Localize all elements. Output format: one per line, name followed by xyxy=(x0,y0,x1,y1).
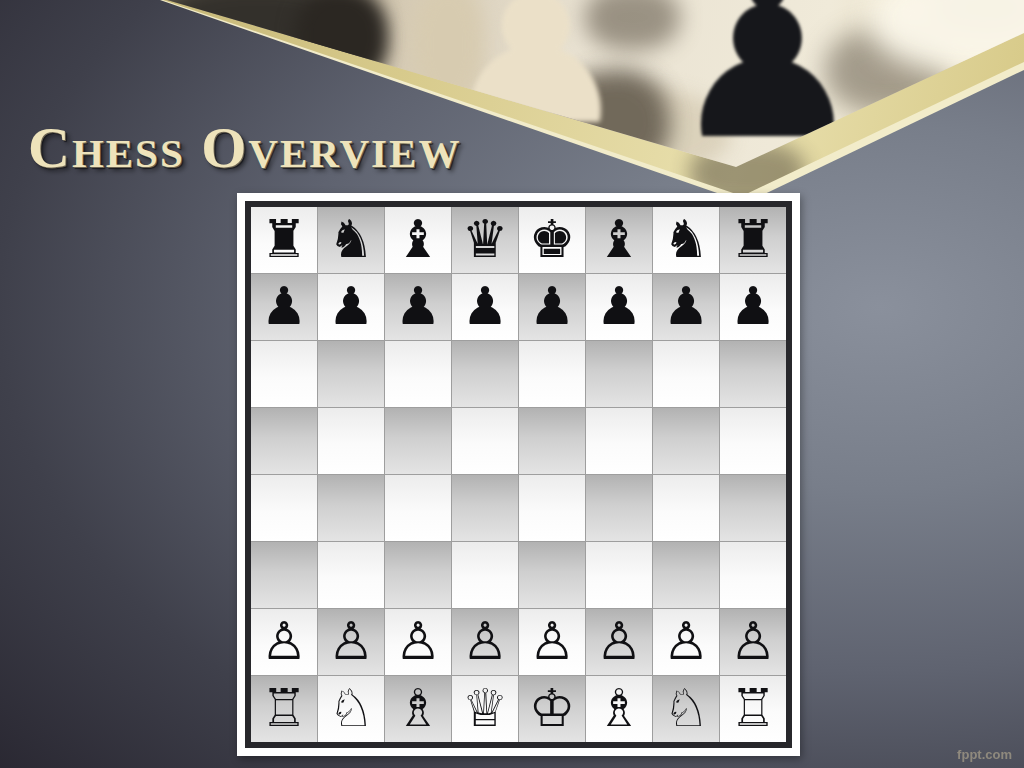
square-g2[interactable]: ♙ xyxy=(653,609,719,675)
piece-white-pawn: ♙ xyxy=(452,609,518,675)
piece-black-queen: ♛ xyxy=(452,207,518,273)
square-d8[interactable]: ♛ xyxy=(452,207,518,273)
piece-black-pawn: ♟ xyxy=(318,274,384,340)
piece-white-pawn: ♙ xyxy=(519,609,585,675)
square-c1[interactable]: ♗ xyxy=(385,676,451,742)
square-h2[interactable]: ♙ xyxy=(720,609,786,675)
piece-black-knight: ♞ xyxy=(318,207,384,273)
square-g1[interactable]: ♘ xyxy=(653,676,719,742)
square-h6[interactable] xyxy=(720,341,786,407)
square-g8[interactable]: ♞ xyxy=(653,207,719,273)
square-h3[interactable] xyxy=(720,542,786,608)
square-b6[interactable] xyxy=(318,341,384,407)
square-a3[interactable] xyxy=(251,542,317,608)
square-c7[interactable]: ♟ xyxy=(385,274,451,340)
square-d1[interactable]: ♕ xyxy=(452,676,518,742)
square-a2[interactable]: ♙ xyxy=(251,609,317,675)
square-d2[interactable]: ♙ xyxy=(452,609,518,675)
piece-black-pawn: ♟ xyxy=(452,274,518,340)
piece-black-king: ♚ xyxy=(519,207,585,273)
square-f7[interactable]: ♟ xyxy=(586,274,652,340)
piece-white-pawn: ♙ xyxy=(586,609,652,675)
piece-white-pawn: ♙ xyxy=(318,609,384,675)
piece-white-knight: ♘ xyxy=(653,676,719,742)
square-d4[interactable] xyxy=(452,475,518,541)
square-f3[interactable] xyxy=(586,542,652,608)
square-b1[interactable]: ♘ xyxy=(318,676,384,742)
square-f4[interactable] xyxy=(586,475,652,541)
square-e2[interactable]: ♙ xyxy=(519,609,585,675)
piece-black-bishop: ♝ xyxy=(586,207,652,273)
piece-white-rook: ♖ xyxy=(720,676,786,742)
piece-black-pawn: ♟ xyxy=(653,274,719,340)
square-f8[interactable]: ♝ xyxy=(586,207,652,273)
square-g3[interactable] xyxy=(653,542,719,608)
board-grid: ♜♞♝♛♚♝♞♜♟♟♟♟♟♟♟♟♙♙♙♙♙♙♙♙♖♘♗♕♔♗♘♖ xyxy=(251,207,786,742)
square-f5[interactable] xyxy=(586,408,652,474)
piece-black-bishop: ♝ xyxy=(385,207,451,273)
piece-white-queen: ♕ xyxy=(452,676,518,742)
piece-white-pawn: ♙ xyxy=(385,609,451,675)
square-h1[interactable]: ♖ xyxy=(720,676,786,742)
square-c8[interactable]: ♝ xyxy=(385,207,451,273)
piece-white-pawn: ♙ xyxy=(251,609,317,675)
chessboard-border: ♜♞♝♛♚♝♞♜♟♟♟♟♟♟♟♟♙♙♙♙♙♙♙♙♖♘♗♕♔♗♘♖ xyxy=(245,201,792,748)
square-e8[interactable]: ♚ xyxy=(519,207,585,273)
piece-white-pawn: ♙ xyxy=(653,609,719,675)
square-h4[interactable] xyxy=(720,475,786,541)
piece-black-pawn: ♟ xyxy=(251,274,317,340)
chessboard-frame: ♜♞♝♛♚♝♞♜♟♟♟♟♟♟♟♟♙♙♙♙♙♙♙♙♖♘♗♕♔♗♘♖ xyxy=(237,193,800,756)
square-e5[interactable] xyxy=(519,408,585,474)
piece-white-bishop: ♗ xyxy=(385,676,451,742)
piece-white-rook: ♖ xyxy=(251,676,317,742)
square-d5[interactable] xyxy=(452,408,518,474)
square-b3[interactable] xyxy=(318,542,384,608)
square-a5[interactable] xyxy=(251,408,317,474)
square-g5[interactable] xyxy=(653,408,719,474)
square-a4[interactable] xyxy=(251,475,317,541)
square-e7[interactable]: ♟ xyxy=(519,274,585,340)
square-e4[interactable] xyxy=(519,475,585,541)
piece-black-pawn: ♟ xyxy=(385,274,451,340)
square-a8[interactable]: ♜ xyxy=(251,207,317,273)
piece-white-king: ♔ xyxy=(519,676,585,742)
square-f2[interactable]: ♙ xyxy=(586,609,652,675)
piece-black-rook: ♜ xyxy=(720,207,786,273)
square-f6[interactable] xyxy=(586,341,652,407)
piece-white-knight: ♘ xyxy=(318,676,384,742)
square-c2[interactable]: ♙ xyxy=(385,609,451,675)
square-b8[interactable]: ♞ xyxy=(318,207,384,273)
piece-black-pawn: ♟ xyxy=(720,274,786,340)
square-b2[interactable]: ♙ xyxy=(318,609,384,675)
square-g7[interactable]: ♟ xyxy=(653,274,719,340)
square-h8[interactable]: ♜ xyxy=(720,207,786,273)
square-c3[interactable] xyxy=(385,542,451,608)
piece-black-knight: ♞ xyxy=(653,207,719,273)
page-title: Chess Overview xyxy=(28,116,461,180)
square-d6[interactable] xyxy=(452,341,518,407)
square-b4[interactable] xyxy=(318,475,384,541)
square-c4[interactable] xyxy=(385,475,451,541)
square-e1[interactable]: ♔ xyxy=(519,676,585,742)
square-b5[interactable] xyxy=(318,408,384,474)
piece-black-pawn: ♟ xyxy=(586,274,652,340)
square-c5[interactable] xyxy=(385,408,451,474)
piece-black-pawn: ♟ xyxy=(519,274,585,340)
square-g6[interactable] xyxy=(653,341,719,407)
square-e6[interactable] xyxy=(519,341,585,407)
square-c6[interactable] xyxy=(385,341,451,407)
piece-black-rook: ♜ xyxy=(251,207,317,273)
square-d7[interactable]: ♟ xyxy=(452,274,518,340)
square-f1[interactable]: ♗ xyxy=(586,676,652,742)
square-a1[interactable]: ♖ xyxy=(251,676,317,742)
square-h5[interactable] xyxy=(720,408,786,474)
square-g4[interactable] xyxy=(653,475,719,541)
watermark: fppt.com xyxy=(957,747,1012,762)
square-d3[interactable] xyxy=(452,542,518,608)
square-a7[interactable]: ♟ xyxy=(251,274,317,340)
square-a6[interactable] xyxy=(251,341,317,407)
piece-white-bishop: ♗ xyxy=(586,676,652,742)
square-h7[interactable]: ♟ xyxy=(720,274,786,340)
piece-white-pawn: ♙ xyxy=(720,609,786,675)
square-e3[interactable] xyxy=(519,542,585,608)
square-b7[interactable]: ♟ xyxy=(318,274,384,340)
